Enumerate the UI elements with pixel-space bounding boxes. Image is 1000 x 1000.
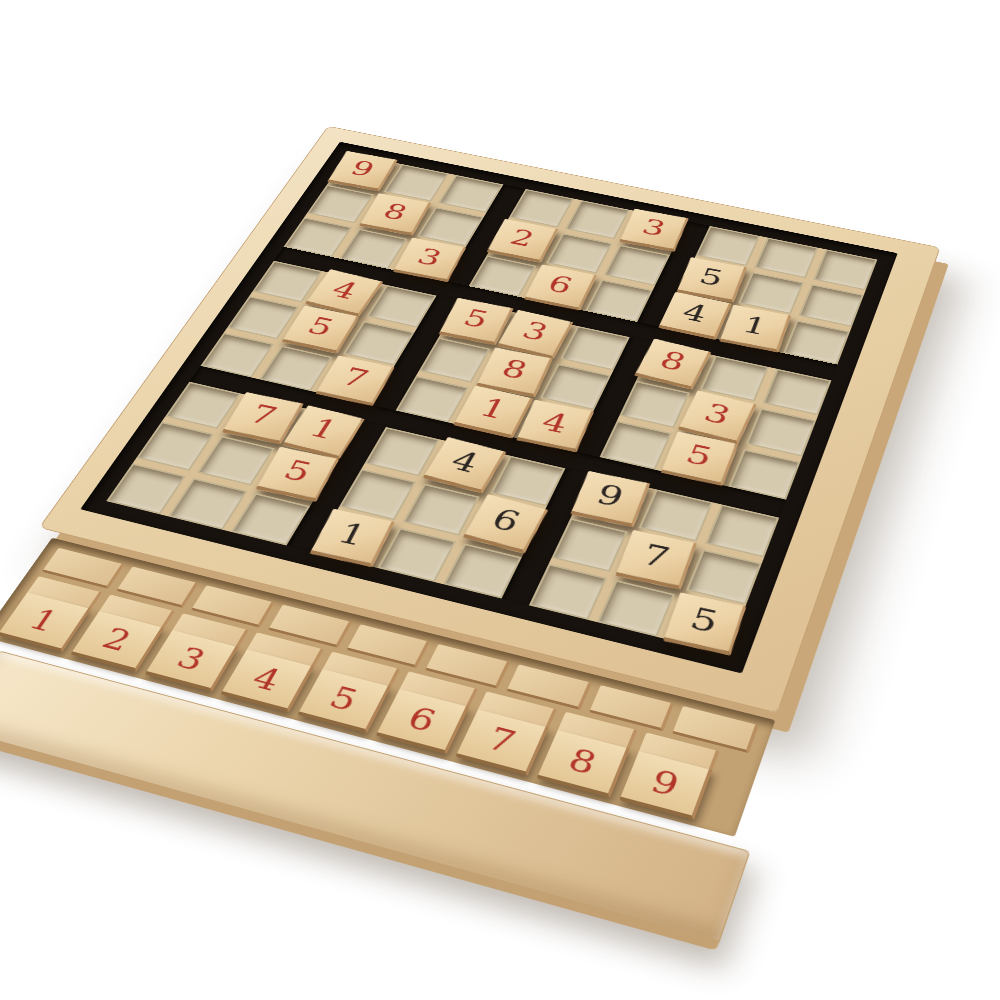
board-cell-r1c6: 3 (622, 211, 687, 251)
drawer-tile-digit: 1 (22, 602, 65, 638)
drawer-tile-digit: 7 (481, 720, 521, 760)
tile-digit: 1 (305, 414, 342, 443)
tile-digit: 5 (304, 313, 339, 339)
drawer-tile-stack-9[interactable]: 9 (619, 732, 719, 820)
tile-digit: 4 (327, 277, 362, 302)
sudoku-grid: 93825364145385837145714956715 (106, 153, 877, 654)
board-cell-r9c9: 5 (666, 596, 744, 654)
board-cell-r9c8 (597, 580, 675, 637)
tile-digit: 7 (639, 540, 674, 572)
tile-digit: 8 (498, 356, 531, 383)
tile-digit: 4 (446, 447, 483, 477)
board-cell-r2c9 (798, 284, 863, 327)
board-cell-r5c2: 5 (285, 308, 357, 352)
board-cell-r1c5 (565, 200, 630, 239)
tile-digit: 5 (687, 603, 723, 637)
board-cell-r5c9 (746, 408, 816, 456)
drawer-tile-stack-8[interactable]: 8 (537, 712, 638, 798)
drawer-tile-digit: 4 (246, 660, 287, 698)
tile-digit: 7 (245, 401, 281, 429)
tile-digit: 1 (476, 394, 511, 422)
tile-digit: 4 (679, 300, 711, 326)
board-cell-r1c9 (813, 249, 877, 290)
drawer-tile-digit: 9 (646, 762, 685, 804)
drawer-tile-digit: 6 (402, 700, 442, 740)
tile-digit: 8 (656, 347, 690, 374)
tile-digit: 6 (544, 272, 576, 297)
product-photo-scene: 93825364145385837145714956715 123456789 (0, 0, 1000, 1000)
drawer-tile-digit: 2 (96, 621, 138, 658)
board-cell-r2c2: 8 (362, 196, 429, 235)
board-cell-r1c1: 9 (330, 153, 396, 190)
tile-digit: 1 (334, 518, 372, 550)
tile-digit: 5 (460, 306, 493, 332)
tile-digit: 3 (414, 245, 446, 269)
drawer-tile-digit: 8 (563, 741, 602, 782)
board-plane: 93825364145385837145714956715 123456789 (0, 126, 937, 944)
tile-digit: 5 (696, 265, 726, 290)
drawer-tile-digit: 3 (170, 640, 212, 678)
tile-digit: 8 (380, 200, 412, 223)
board-cell-r1c8 (754, 238, 818, 279)
board-cell-r4c7: 8 (638, 342, 707, 387)
board-cell-r2c4: 2 (489, 222, 555, 262)
tile-digit: 6 (487, 504, 525, 536)
tile-digit: 3 (700, 400, 734, 429)
board-cell-r8c8: 7 (618, 534, 694, 589)
tile-digit: 2 (507, 226, 539, 250)
tile-digit: 3 (639, 216, 669, 239)
board-cell-r7c5: 4 (427, 441, 502, 491)
board-cell-r9c5 (377, 528, 456, 582)
tile-digit: 5 (683, 440, 717, 470)
drawer-tile-digit: 5 (323, 679, 364, 718)
tile-digit: 5 (279, 456, 316, 486)
tile-digit: 1 (740, 313, 770, 339)
board-cell-r7c7: 9 (573, 474, 648, 526)
tile-digit: 9 (593, 480, 627, 511)
tile-digit: 4 (538, 408, 572, 437)
tile-digit: 3 (518, 318, 552, 344)
tile-digit: 9 (347, 158, 378, 180)
tile-digit: 7 (338, 364, 373, 391)
